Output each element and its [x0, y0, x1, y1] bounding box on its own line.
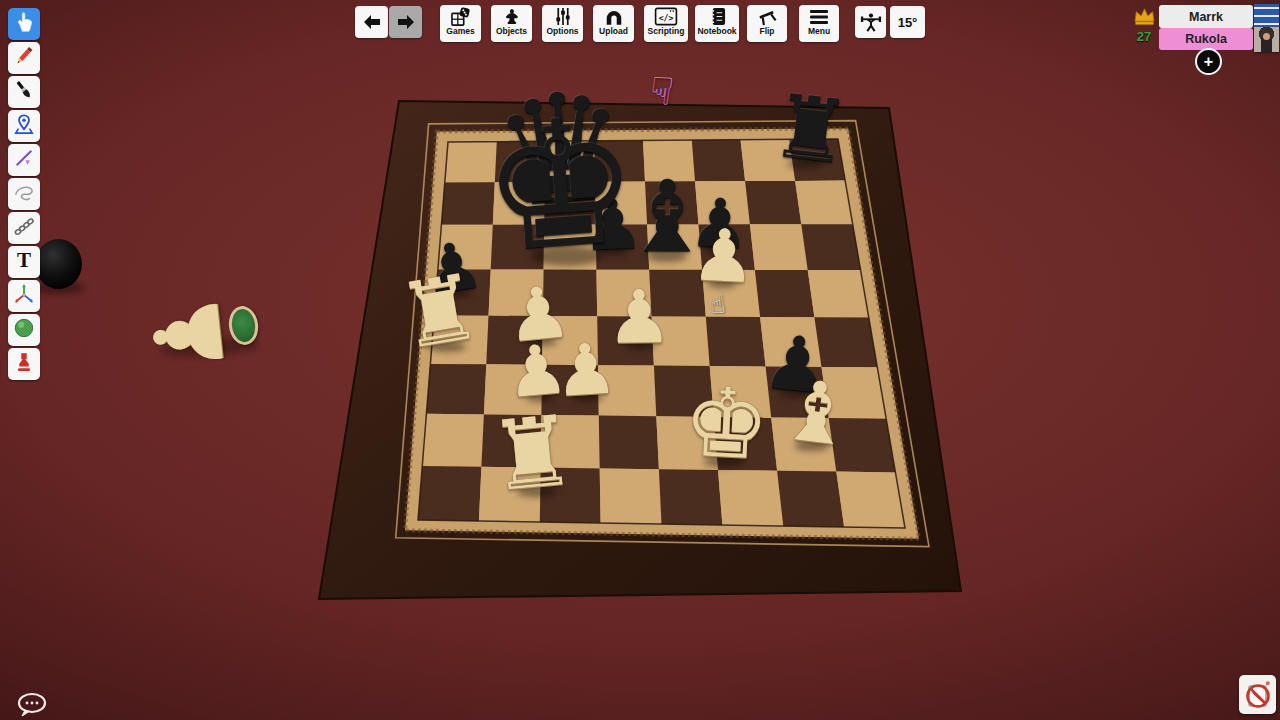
top-button-scripting[interactable]: </>Scripting: [644, 5, 688, 42]
chain-icon: [13, 215, 35, 241]
games-icon: [450, 7, 472, 26]
square-a3: [426, 364, 486, 415]
player-name-rukola[interactable]: Rukola: [1159, 28, 1253, 50]
svg-text:</>: </>: [659, 13, 674, 23]
top-button-objects[interactable]: Objects: [491, 5, 532, 42]
scripting-icon: </>: [654, 7, 678, 26]
player-points[interactable]: 27: [1131, 29, 1157, 44]
top-button-back[interactable]: [355, 6, 388, 38]
piece-white-bishop-h3[interactable]: ♝: [775, 367, 860, 459]
top-button-label: Options: [546, 27, 578, 36]
host-crown-icon: [1131, 6, 1157, 30]
top-button-lift[interactable]: [855, 6, 886, 38]
tool-line[interactable]: [8, 144, 40, 176]
square-g6: [750, 224, 808, 270]
brush-icon: [13, 79, 35, 105]
top-button-label: Notebook: [697, 27, 736, 36]
square-h6: [801, 224, 860, 270]
text-t-icon: T: [14, 249, 34, 275]
tool-stamp[interactable]: [8, 348, 40, 380]
square-h5: [808, 270, 869, 318]
player-name-marrk[interactable]: Marrk: [1159, 5, 1253, 28]
tabletop-simulator-window: ♟ GamesObjectsOptionsUpload</>ScriptingN…: [0, 0, 1280, 720]
top-button-forward[interactable]: [389, 6, 422, 38]
square-g5: [755, 270, 815, 317]
hand-icon: [14, 11, 34, 37]
piece-white-rook-c1[interactable]: ♜: [485, 402, 580, 506]
upload-icon: [604, 7, 624, 26]
tool-joint[interactable]: [8, 212, 40, 244]
square-f4: [706, 317, 766, 367]
tool-ball[interactable]: [8, 314, 40, 346]
square-a2: [422, 414, 484, 467]
gizmo-icon: [13, 283, 35, 309]
fallen-white-pawn[interactable]: ♟: [155, 300, 260, 360]
top-button-games[interactable]: Games: [440, 5, 481, 42]
top-button-angle[interactable]: 15°: [890, 6, 925, 38]
lasso-icon: [12, 181, 36, 207]
arrow-left-icon: [362, 13, 382, 32]
piece-white-rook-a4[interactable]: ♜: [392, 261, 487, 363]
top-button-label: Games: [446, 27, 474, 36]
top-button-label: Menu: [808, 27, 830, 36]
square-g1: [777, 471, 844, 527]
top-button-label: Upload: [599, 27, 628, 36]
arrow-right-icon: [396, 13, 416, 32]
piece-black-king-c7[interactable]: ♚: [476, 93, 644, 278]
weight-icon: [860, 13, 882, 32]
square-d1: [600, 468, 662, 524]
top-button-flip[interactable]: Flip: [747, 5, 787, 42]
square-h7: [795, 181, 853, 225]
line-arrow-icon: [13, 147, 35, 173]
chat-icon: [16, 692, 50, 718]
top-button-options[interactable]: Options: [542, 5, 583, 42]
top-button-label: Scripting: [648, 27, 685, 36]
tool-gizmo[interactable]: [8, 280, 40, 312]
tool-grab[interactable]: [8, 8, 40, 40]
piece-white-king-f3[interactable]: ♚: [681, 374, 772, 474]
notebook-icon: [709, 7, 726, 26]
flip-icon: [756, 7, 778, 26]
avatar-rukola[interactable]: [1254, 27, 1279, 52]
piece-white-pawn-f6[interactable]: ♟: [690, 218, 758, 293]
top-button-menu[interactable]: Menu: [799, 5, 839, 42]
drawing-disabled-button[interactable]: [1239, 675, 1276, 714]
meeple-icon: [502, 7, 521, 26]
no-drawing-icon: [1243, 679, 1273, 711]
tool-lasso[interactable]: [8, 178, 40, 210]
pin-icon: [13, 113, 35, 139]
tool-paint[interactable]: [8, 76, 40, 108]
tool-draw[interactable]: [8, 42, 40, 74]
piece-black-rook-h8[interactable]: ♜: [767, 82, 854, 177]
tool-zone[interactable]: [8, 110, 40, 142]
add-player-button[interactable]: +: [1195, 48, 1222, 75]
top-button-label: Objects: [496, 27, 527, 36]
chat-bubble-button[interactable]: [16, 692, 50, 718]
green-ball-icon: [13, 317, 35, 343]
sliders-icon: [554, 7, 572, 26]
tool-text[interactable]: T: [8, 246, 40, 278]
square-h1: [836, 472, 905, 528]
top-button-notebook[interactable]: Notebook: [695, 5, 739, 42]
top-button-label: 15°: [898, 15, 918, 30]
square-a1: [418, 466, 481, 521]
svg-text:T: T: [17, 249, 31, 271]
stamp-icon: [14, 351, 34, 377]
fallen-pawn-glyph: ♟: [139, 288, 239, 380]
top-button-label: Flip: [759, 27, 774, 36]
pencil-icon: [13, 45, 35, 71]
square-d2: [599, 416, 659, 470]
menu-icon: [809, 7, 829, 26]
top-button-upload[interactable]: Upload: [593, 5, 634, 42]
